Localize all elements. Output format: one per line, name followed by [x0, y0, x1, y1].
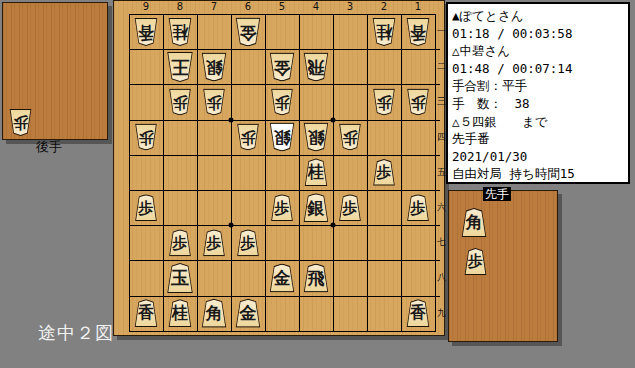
rank-label: 六: [436, 190, 447, 225]
piece-kanji: 歩: [238, 230, 259, 255]
piece-kanji: 歩: [136, 195, 157, 220]
info-line: 手合割：平手: [452, 77, 628, 95]
piece-kanji: 歩: [170, 230, 191, 255]
file-label: 7: [197, 1, 231, 13]
board-cell[interactable]: [164, 156, 198, 191]
board-cell[interactable]: [368, 297, 402, 332]
board-cell[interactable]: [232, 156, 266, 191]
info-line: 手 数： 38: [452, 95, 628, 113]
rank-tick: [435, 190, 440, 191]
sente-captured-tray[interactable]: 角歩: [448, 190, 558, 342]
board-cell[interactable]: [300, 226, 334, 261]
piece-kanji: 桂: [373, 19, 395, 45]
board-cell[interactable]: [232, 261, 266, 296]
board-cell[interactable]: [232, 191, 266, 226]
piece-kanji: 王: [168, 53, 193, 81]
board-cell[interactable]: [368, 50, 402, 85]
piece-kanji: 桂: [169, 19, 191, 45]
board-cell[interactable]: [130, 226, 164, 261]
info-line: 01:18 / 00:03:58: [452, 25, 628, 43]
board-cell[interactable]: [368, 121, 402, 156]
file-label: 2: [367, 1, 401, 13]
file-label: 3: [333, 1, 367, 13]
info-line: △中碧さん: [452, 42, 628, 60]
sente-hand-piece[interactable]: 歩: [464, 248, 487, 275]
piece-kanji: 銀: [304, 194, 328, 221]
piece-kanji: 歩: [374, 90, 395, 115]
board-cell[interactable]: [266, 15, 300, 50]
board-cell[interactable]: [300, 85, 334, 120]
file-label: 5: [265, 1, 299, 13]
game-info-panel: ▲ぽてとさん01:18 / 00:03:58△中碧さん01:48 / 00:07…: [446, 2, 630, 184]
board-cell[interactable]: [334, 226, 368, 261]
board-cell[interactable]: [402, 156, 436, 191]
rank-tick: [435, 225, 440, 226]
piece-kanji: 飛: [304, 265, 328, 292]
file-label: 6: [231, 1, 265, 13]
piece-kanji: 角: [202, 300, 226, 327]
board-cell[interactable]: [402, 226, 436, 261]
board-cell[interactable]: [198, 156, 232, 191]
piece-kanji: 香: [407, 300, 429, 326]
gote-tray-label: 後手: [36, 138, 62, 156]
rank-label: 九: [436, 296, 447, 331]
piece-kanji: 歩: [408, 90, 429, 115]
piece-kanji: 桂: [305, 159, 327, 185]
piece-kanji: 歩: [170, 90, 191, 115]
piece-kanji: 歩: [340, 125, 361, 150]
rank-label: 八: [436, 260, 447, 295]
piece-kanji: 香: [407, 19, 429, 45]
piece-kanji: 金: [270, 53, 294, 80]
gote-captured-tray[interactable]: 歩: [2, 2, 108, 140]
piece-kanji: 金: [236, 18, 260, 45]
board-cell[interactable]: [402, 261, 436, 296]
rank-tick: [435, 84, 440, 85]
piece-kanji: 飛: [304, 53, 328, 80]
board-cell[interactable]: [198, 121, 232, 156]
piece-kanji: 歩: [374, 160, 395, 185]
rank-tick: [435, 49, 440, 50]
file-label: 1: [401, 1, 435, 13]
piece-kanji: 歩: [272, 90, 293, 115]
rank-tick: [435, 260, 440, 261]
board-cell[interactable]: [334, 297, 368, 332]
board-cell[interactable]: [130, 50, 164, 85]
star-point: [229, 223, 234, 228]
piece-kanji: 角: [462, 209, 486, 236]
rank-label: 七: [436, 225, 447, 260]
piece-kanji: 歩: [340, 195, 361, 220]
board-cell[interactable]: [334, 261, 368, 296]
board-cell[interactable]: [198, 191, 232, 226]
info-line: △５四銀 まで: [452, 113, 628, 131]
board-cell[interactable]: [402, 50, 436, 85]
piece-kanji: 桂: [169, 300, 191, 326]
piece-kanji: 香: [135, 19, 157, 45]
file-label: 9: [129, 1, 163, 13]
board-cell[interactable]: [402, 121, 436, 156]
board-cell[interactable]: [266, 297, 300, 332]
sente-hand-piece[interactable]: 角: [461, 208, 487, 237]
board-cell[interactable]: [198, 261, 232, 296]
board-cell[interactable]: [334, 156, 368, 191]
piece-kanji: 歩: [238, 125, 259, 150]
board-cell[interactable]: [368, 226, 402, 261]
piece-kanji: 金: [236, 300, 260, 327]
board-cell[interactable]: [368, 261, 402, 296]
info-line: 先手番: [452, 130, 628, 148]
file-label: 4: [299, 1, 333, 13]
info-line: ▲ぽてとさん: [452, 7, 628, 25]
star-point: [331, 117, 336, 122]
sente-tray-label: 先手: [483, 187, 511, 201]
board-cell[interactable]: [300, 15, 334, 50]
board-cell[interactable]: [130, 261, 164, 296]
piece-kanji: 歩: [204, 230, 225, 255]
board-cell[interactable]: [266, 226, 300, 261]
piece-kanji: 銀: [270, 124, 294, 151]
piece-kanji: 銀: [304, 124, 328, 151]
board-cell[interactable]: [130, 156, 164, 191]
board-cell[interactable]: [130, 85, 164, 120]
board-cell[interactable]: [266, 156, 300, 191]
board-cell[interactable]: [232, 50, 266, 85]
piece-kanji: 香: [135, 300, 157, 326]
piece-kanji: 金: [270, 265, 294, 292]
rank-tick: [435, 120, 440, 121]
info-line: 01:48 / 00:07:14: [452, 60, 628, 78]
board-cell[interactable]: [300, 297, 334, 332]
piece-kanji: 歩: [10, 110, 31, 135]
board-cell[interactable]: [164, 121, 198, 156]
piece-kanji: 歩: [465, 249, 486, 274]
shogi-board[interactable]: 987654321一二三四五六七八九香桂金桂香王銀金飛歩歩歩歩歩歩歩銀銀歩桂歩歩…: [113, 0, 445, 336]
board-cell[interactable]: [198, 15, 232, 50]
rank-tick: [435, 155, 440, 156]
star-point: [229, 117, 234, 122]
piece-kanji: 歩: [204, 90, 225, 115]
file-label: 8: [163, 1, 197, 13]
piece-kanji: 玉: [168, 264, 193, 292]
info-line: 自由対局 持ち時間15: [452, 165, 628, 183]
piece-kanji: 歩: [136, 125, 157, 150]
board-cell[interactable]: [334, 15, 368, 50]
piece-kanji: 歩: [272, 195, 293, 220]
info-line: 2021/01/30: [452, 148, 628, 166]
rank-tick: [435, 296, 440, 297]
star-point: [331, 223, 336, 228]
piece-kanji: 銀: [202, 53, 226, 80]
board-cell[interactable]: [334, 50, 368, 85]
gote-hand-piece[interactable]: 歩: [9, 109, 32, 136]
diagram-caption: 途中２図: [38, 321, 114, 345]
board-cell[interactable]: [232, 85, 266, 120]
board-cell[interactable]: [368, 191, 402, 226]
board-cell[interactable]: [334, 85, 368, 120]
board-cell[interactable]: [164, 191, 198, 226]
piece-kanji: 歩: [408, 195, 429, 220]
